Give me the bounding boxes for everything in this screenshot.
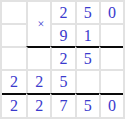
cell-r5c4-product-digit: 5 xyxy=(75,93,99,117)
cell-r2c5 xyxy=(99,23,123,46)
long-multiplication-grid: × 2 5 0 9 1 2 5 2 2 5 2 2 7 5 0 xyxy=(0,0,125,119)
cell-r2c3-multiplier-digit: 9 xyxy=(50,23,74,46)
cell-r1c1 xyxy=(2,2,26,23)
cell-r3c5 xyxy=(99,46,123,69)
cell-r4c5 xyxy=(99,69,123,93)
cell-r1c4-multiplicand-digit: 5 xyxy=(75,2,99,23)
cell-r3c3-partial1-digit: 2 xyxy=(50,46,74,69)
cell-r2c4-multiplier-digit: 1 xyxy=(75,23,99,46)
multiply-icon: × xyxy=(37,17,44,32)
cell-r3c1 xyxy=(2,46,26,69)
cell-r5c2-product-digit: 2 xyxy=(26,93,50,117)
cell-r5c1-product-digit: 2 xyxy=(2,93,26,117)
cell-r2c1 xyxy=(2,23,26,46)
cell-r3c2 xyxy=(26,46,50,69)
cell-r4c4 xyxy=(75,69,99,93)
cell-r5c5-product-digit: 0 xyxy=(99,93,123,117)
cell-r5c3-product-digit: 7 xyxy=(50,93,74,117)
cell-r1c3-multiplicand-digit: 2 xyxy=(50,2,74,23)
cell-r3c4-partial1-digit: 5 xyxy=(75,46,99,69)
cell-r4c1-partial2-digit: 2 xyxy=(2,69,26,93)
cell-r4c2-partial2-digit: 2 xyxy=(26,69,50,93)
multiply-sign-cell: × xyxy=(26,2,50,46)
cell-r1c5-multiplicand-digit: 0 xyxy=(99,2,123,23)
cell-r4c3-partial2-digit: 5 xyxy=(50,69,74,93)
